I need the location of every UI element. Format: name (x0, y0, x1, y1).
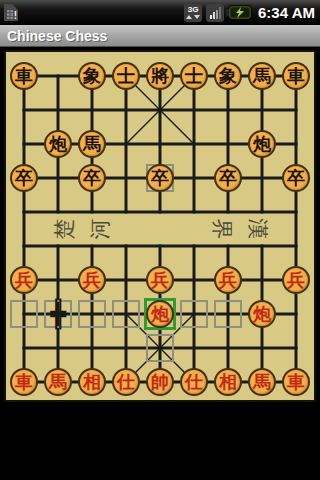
piece-black-elephant[interactable]: 象 (78, 62, 106, 90)
battery-charging-icon (228, 5, 252, 20)
piece-red-soldier[interactable]: 兵 (146, 266, 174, 294)
piece-black-advisor[interactable]: 士 (112, 62, 140, 90)
river-label-char: 楚 (52, 217, 76, 241)
move-hint[interactable] (180, 300, 208, 328)
no-sim-icon: ! (4, 4, 18, 21)
clock: 6:34 AM (258, 4, 315, 21)
piece-red-horse[interactable]: 馬 (44, 368, 72, 396)
phone-screen: ! 3G 6:34 AM Chinese Chess 楚河界漢車象士將士象馬車炮… (0, 0, 320, 480)
xiangqi-board[interactable]: 楚河界漢車象士將士象馬車炮馬炮卒卒卒卒卒兵兵兵兵兵炮炮車馬相仕帥仕相馬車╬ (4, 50, 316, 402)
last-move-origin-marker: ╬ (43, 299, 73, 329)
river-label-char: 界 (210, 217, 234, 241)
piece-black-horse[interactable]: 馬 (248, 62, 276, 90)
piece-black-soldier[interactable]: 卒 (282, 164, 310, 192)
piece-black-general[interactable]: 將 (146, 62, 174, 90)
piece-black-soldier[interactable]: 卒 (214, 164, 242, 192)
piece-black-soldier[interactable]: 卒 (78, 164, 106, 192)
piece-black-cannon[interactable]: 炮 (44, 130, 72, 158)
piece-red-elephant[interactable]: 相 (78, 368, 106, 396)
piece-red-horse[interactable]: 馬 (248, 368, 276, 396)
move-hint[interactable] (78, 300, 106, 328)
data-arrows-icon (186, 15, 200, 19)
piece-red-cannon[interactable]: 炮 (146, 300, 174, 328)
title-bar: Chinese Chess (0, 25, 320, 47)
piece-black-cannon[interactable]: 炮 (248, 130, 276, 158)
piece-red-soldier[interactable]: 兵 (78, 266, 106, 294)
sim-grid-decoration (6, 9, 13, 19)
piece-black-soldier[interactable]: 卒 (10, 164, 38, 192)
piece-black-chariot[interactable]: 車 (282, 62, 310, 90)
piece-red-soldier[interactable]: 兵 (214, 266, 242, 294)
piece-black-advisor[interactable]: 士 (180, 62, 208, 90)
mobile-data-3g-icon: 3G (184, 4, 202, 22)
piece-red-soldier[interactable]: 兵 (10, 266, 38, 294)
piece-red-chariot[interactable]: 車 (10, 368, 38, 396)
signal-strength-icon (206, 4, 224, 22)
move-hint[interactable] (146, 334, 174, 362)
river-label-char: 漢 (246, 217, 270, 241)
lightning-bolt-icon (229, 6, 251, 19)
piece-red-cannon[interactable]: 炮 (248, 300, 276, 328)
river-label-char: 河 (88, 217, 112, 241)
app-title: Chinese Chess (0, 28, 107, 44)
piece-red-advisor[interactable]: 仕 (112, 368, 140, 396)
piece-red-advisor[interactable]: 仕 (180, 368, 208, 396)
piece-red-soldier[interactable]: 兵 (282, 266, 310, 294)
piece-black-soldier[interactable]: 卒 (146, 164, 174, 192)
piece-red-general[interactable]: 帥 (146, 368, 174, 396)
sim-alert-badge: ! (14, 11, 17, 21)
move-hint[interactable] (214, 300, 242, 328)
piece-red-elephant[interactable]: 相 (214, 368, 242, 396)
piece-red-chariot[interactable]: 車 (282, 368, 310, 396)
status-bar: ! 3G 6:34 AM (0, 0, 320, 25)
piece-black-elephant[interactable]: 象 (214, 62, 242, 90)
piece-black-horse[interactable]: 馬 (78, 130, 106, 158)
move-hint[interactable] (10, 300, 38, 328)
move-hint[interactable] (112, 300, 140, 328)
piece-black-chariot[interactable]: 車 (10, 62, 38, 90)
